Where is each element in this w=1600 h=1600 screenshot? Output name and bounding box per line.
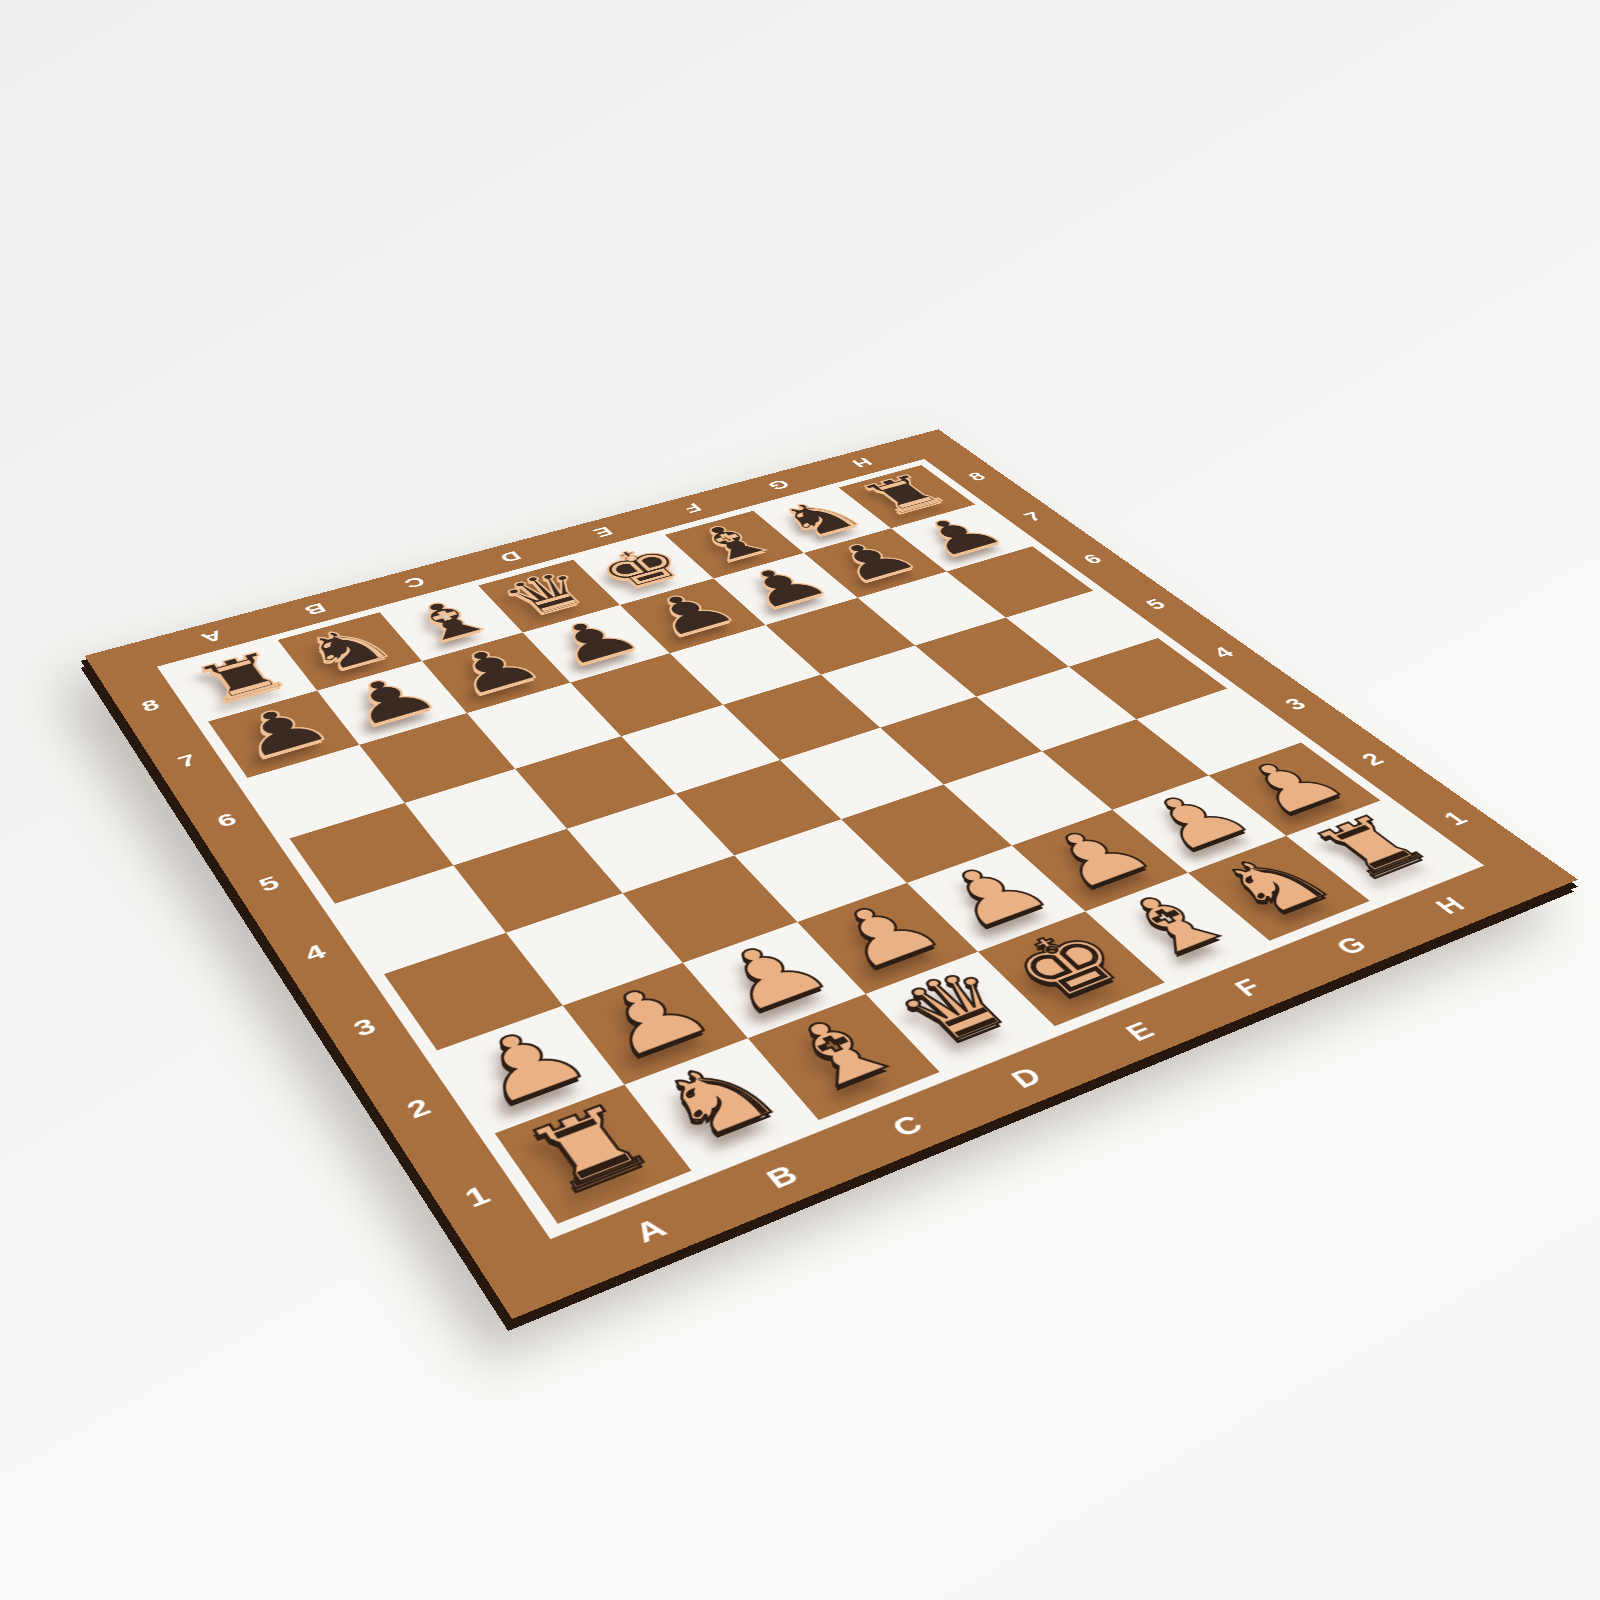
chessboard: ABCDEFGH ABCDEFGH 87654321 87654321 ♜♞♝♛… <box>85 429 1578 1319</box>
scene: ABCDEFGH ABCDEFGH 87654321 87654321 ♜♞♝♛… <box>0 0 1600 1600</box>
board-grid: ♜♞♝♛♚♝♞♜♟♟♟♟♟♟♟♟♟♟♟♟♟♟♟♟♜♞♝♛♚♝♞♜ <box>172 465 1466 1224</box>
board-frame: ♜♞♝♛♚♝♞♜♟♟♟♟♟♟♟♟♟♟♟♟♟♟♟♟♜♞♝♛♚♝♞♜ <box>157 459 1484 1239</box>
board-shadow: ABCDEFGH ABCDEFGH 87654321 87654321 ♜♞♝♛… <box>0 0 1600 1600</box>
